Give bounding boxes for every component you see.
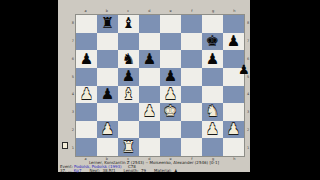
length-value: 79: [141, 168, 146, 173]
square-d7: [139, 33, 160, 51]
coord-label-3: 3: [247, 103, 252, 121]
white-bishop: ♝: [122, 87, 135, 102]
white-knight: ♞: [206, 104, 219, 119]
coord-label-7: 7: [247, 32, 252, 50]
move-status-line: 37. ... Kg7 Next: 38.Rf1 Length: 79 Mate…: [60, 169, 248, 173]
square-h4: [223, 86, 244, 104]
square-c2: [118, 121, 139, 139]
square-a2: [76, 121, 97, 139]
next-move: 38.Rf1: [102, 168, 115, 173]
length-label: Length:: [124, 168, 139, 173]
square-e6: [160, 50, 181, 68]
coord-label-a: a: [75, 9, 96, 13]
black-extra-pawn-icon: ♟: [238, 63, 250, 76]
square-b3: [97, 103, 118, 121]
coord-label-8: 8: [247, 14, 252, 32]
square-g6: ♟: [202, 50, 223, 68]
square-d8: [139, 15, 160, 33]
black-king: ♚: [206, 34, 219, 49]
last-move-group: 37. ... Kg7: [60, 169, 82, 173]
coord-label-4: 4: [72, 86, 74, 104]
coord-label-c: c: [118, 9, 139, 13]
square-a4: ♟: [76, 86, 97, 104]
square-h2: ♟: [223, 121, 244, 139]
square-b8: ♜: [97, 15, 118, 33]
coord-label-h: h: [224, 9, 245, 13]
rank-labels-left: 87654321: [69, 14, 74, 157]
square-d2: [139, 121, 160, 139]
square-f6: [181, 50, 202, 68]
file-labels-top: abcdefgh: [75, 9, 245, 13]
black-pawn: ♟: [122, 69, 135, 84]
video-content-panel: abcdefgh abcdefgh 87654321 87654321 ♜♝♚♟…: [58, 0, 250, 172]
white-pawn: ♟: [164, 87, 177, 102]
black-pawn: ♟: [206, 52, 219, 67]
square-a7: [76, 33, 97, 51]
square-c3: [118, 103, 139, 121]
square-e2: [160, 121, 181, 139]
square-d4: [139, 86, 160, 104]
square-d1: [139, 138, 160, 156]
square-b2: ♟: [97, 121, 118, 139]
square-d6: ♟: [139, 50, 160, 68]
black-rook: ♜: [101, 16, 114, 31]
square-b7: [97, 33, 118, 51]
white-pawn: ♟: [80, 87, 93, 102]
square-g8: [202, 15, 223, 33]
coord-label-2: 2: [247, 121, 252, 139]
square-g2: ♟: [202, 121, 223, 139]
square-e8: [160, 15, 181, 33]
white-pawn: ♟: [143, 104, 156, 119]
coord-label-d: d: [139, 9, 160, 13]
square-a3: [76, 103, 97, 121]
square-e4: ♟: [160, 86, 181, 104]
square-d5: [139, 68, 160, 86]
black-pawn: ♟: [80, 52, 93, 67]
square-c8: ♝: [118, 15, 139, 33]
next-label: Next:: [89, 168, 100, 173]
material-label: Material:: [154, 168, 172, 173]
length-group: Length: 79: [124, 169, 148, 173]
square-g4: [202, 86, 223, 104]
black-knight: ♞: [122, 52, 135, 67]
square-h8: [223, 15, 244, 33]
square-f8: [181, 15, 202, 33]
square-b6: [97, 50, 118, 68]
square-h3: [223, 103, 244, 121]
coord-label-g: g: [203, 9, 224, 13]
square-f5: [181, 68, 202, 86]
square-b1: [97, 138, 118, 156]
square-a8: [76, 15, 97, 33]
square-f3: [181, 103, 202, 121]
square-c4: ♝: [118, 86, 139, 104]
white-to-move-indicator: [62, 142, 68, 149]
square-g3: ♞: [202, 103, 223, 121]
white-pawn: ♟: [206, 122, 219, 137]
square-f1: [181, 138, 202, 156]
coord-label-8: 8: [72, 14, 74, 32]
square-a6: ♟: [76, 50, 97, 68]
coord-label-3: 3: [72, 103, 74, 121]
coord-label-1: 1: [72, 139, 74, 157]
coord-label-2: 2: [72, 121, 74, 139]
square-h1: [223, 138, 244, 156]
coord-label-e: e: [160, 9, 181, 13]
white-king: ♚: [164, 104, 177, 119]
coord-label-5: 5: [72, 68, 74, 86]
black-pawn: ♟: [227, 34, 240, 49]
white-rook: ♜: [122, 140, 135, 155]
black-pawn: ♟: [143, 52, 156, 67]
black-pawn: ♟: [101, 87, 114, 102]
square-e1: [160, 138, 181, 156]
square-c5: ♟: [118, 68, 139, 86]
black-pawn: ♟: [164, 69, 177, 84]
white-pawn: ♟: [227, 122, 240, 137]
coord-label-6: 6: [72, 50, 74, 68]
square-g5: [202, 68, 223, 86]
square-g1: [202, 138, 223, 156]
white-pawn: ♟: [101, 122, 114, 137]
square-c7: [118, 33, 139, 51]
square-e5: ♟: [160, 68, 181, 86]
coord-label-7: 7: [72, 32, 74, 50]
square-b5: [97, 68, 118, 86]
coord-label-f: f: [181, 9, 202, 13]
last-move-number: 37. ...: [60, 168, 71, 173]
square-e7: [160, 33, 181, 51]
rank-labels-right: 87654321: [247, 14, 252, 157]
square-g7: ♚: [202, 33, 223, 51]
square-a5: [76, 68, 97, 86]
black-bishop: ♝: [122, 16, 135, 31]
coord-label-b: b: [96, 9, 117, 13]
square-a1: [76, 138, 97, 156]
square-f2: [181, 121, 202, 139]
material-group: Material: ♟: [154, 169, 178, 173]
chess-board: ♜♝♚♟♟♞♟♟♟♟♟♟♝♟♟♚♞♟♟♟♜: [75, 14, 245, 157]
square-b4: ♟: [97, 86, 118, 104]
last-move-link[interactable]: Kg7: [74, 168, 82, 173]
material-value: ♟: [174, 168, 178, 173]
square-e3: ♚: [160, 103, 181, 121]
coord-label-1: 1: [247, 139, 252, 157]
square-c1: ♜: [118, 138, 139, 156]
coord-label-4: 4: [247, 86, 252, 104]
square-f4: [181, 86, 202, 104]
square-h7: ♟: [223, 33, 244, 51]
next-move-group: Next: 38.Rf1: [89, 169, 116, 173]
square-d3: ♟: [139, 103, 160, 121]
square-c6: ♞: [118, 50, 139, 68]
square-f7: [181, 33, 202, 51]
